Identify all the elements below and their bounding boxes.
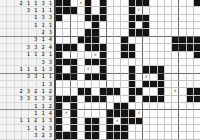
grid-cell[interactable] [194,74,200,81]
grid-cell[interactable] [121,52,128,59]
grid-cell[interactable] [78,15,85,22]
grid-cell[interactable] [85,59,92,66]
grid-cell[interactable] [165,118,172,125]
grid-cell[interactable] [150,132,157,139]
grid-cell[interactable] [179,74,186,81]
grid-cell[interactable] [165,52,172,59]
grid-cell[interactable] [136,37,143,44]
grid-cell[interactable] [107,96,114,103]
grid-cell[interactable] [194,52,200,59]
grid-cell[interactable] [179,103,186,110]
grid-cell[interactable] [121,103,128,110]
grid-cell[interactable] [85,22,92,29]
grid-cell[interactable] [150,81,157,88]
grid-cell[interactable] [114,37,121,44]
grid-cell[interactable] [78,22,85,29]
grid-cell[interactable] [63,103,70,110]
grid-cell[interactable] [129,74,136,81]
grid-cell[interactable] [150,118,157,125]
grid-cell[interactable] [179,7,186,14]
grid-cell[interactable] [187,15,194,22]
grid-cell[interactable] [107,59,114,66]
grid-cell[interactable] [85,29,92,36]
grid-cell[interactable] [179,88,186,95]
grid-cell[interactable] [63,37,70,44]
grid-cell[interactable] [136,96,143,103]
grid-cell[interactable] [129,59,136,66]
grid-cell[interactable] [165,81,172,88]
grid-cell[interactable] [71,81,78,88]
grid-cell[interactable] [56,66,63,73]
grid-cell[interactable] [179,37,186,44]
grid-cell[interactable] [187,52,194,59]
grid-cell[interactable] [78,37,85,44]
grid-cell[interactable] [187,37,194,44]
grid-cell[interactable] [85,52,92,59]
grid-cell[interactable] [158,132,165,139]
grid-cell[interactable] [71,7,78,14]
grid-cell[interactable] [71,74,78,81]
grid-cell[interactable] [107,52,114,59]
grid-cell[interactable] [194,103,200,110]
grid-cell[interactable] [78,66,85,73]
grid-cell[interactable] [107,66,114,73]
grid-cell[interactable] [158,7,165,14]
grid-cell[interactable] [136,125,143,132]
grid-cell[interactable] [56,96,63,103]
grid-cell[interactable] [121,74,128,81]
grid-cell[interactable] [71,15,78,22]
grid-cell[interactable] [158,88,165,95]
grid-cell[interactable] [158,110,165,117]
grid-cell[interactable] [187,59,194,66]
grid-cell[interactable] [165,15,172,22]
grid-cell[interactable] [158,22,165,29]
grid-cell[interactable] [172,59,179,66]
grid-cell[interactable] [129,88,136,95]
grid-cell[interactable] [71,66,78,73]
grid-cell[interactable] [158,74,165,81]
grid-cell[interactable] [78,44,85,51]
grid-cell[interactable] [172,88,179,95]
grid-cell[interactable] [121,15,128,22]
grid-cell[interactable] [172,15,179,22]
grid-cell[interactable] [56,44,63,51]
grid-cell[interactable] [92,118,99,125]
grid-cell[interactable] [114,110,121,117]
grid-cell[interactable] [129,37,136,44]
grid-cell[interactable] [100,22,107,29]
grid-cell[interactable] [121,22,128,29]
grid-cell[interactable] [179,96,186,103]
grid-cell[interactable] [158,37,165,44]
grid-cell[interactable] [121,96,128,103]
grid-cell[interactable] [136,118,143,125]
grid-cell[interactable] [114,59,121,66]
grid-cell[interactable] [179,118,186,125]
grid-cell[interactable] [92,44,99,51]
grid-cell[interactable] [179,125,186,132]
grid-cell[interactable] [56,0,63,7]
grid-cell[interactable] [71,96,78,103]
grid-cell[interactable] [136,59,143,66]
grid-cell[interactable] [85,37,92,44]
grid-cell[interactable] [107,118,114,125]
grid-cell[interactable] [114,52,121,59]
grid-cell[interactable] [187,22,194,29]
grid-cell[interactable] [143,44,150,51]
grid-cell[interactable] [100,118,107,125]
grid-cell[interactable] [172,96,179,103]
grid-cell[interactable] [92,0,99,7]
grid-cell[interactable] [143,15,150,22]
grid-cell[interactable] [165,96,172,103]
grid-cell[interactable] [85,15,92,22]
grid-cell[interactable] [85,110,92,117]
grid-cell[interactable] [194,96,200,103]
grid-cell[interactable] [136,44,143,51]
grid-cell[interactable] [194,15,200,22]
grid-cell[interactable] [150,74,157,81]
grid-cell[interactable] [158,0,165,7]
grid-cell[interactable] [143,118,150,125]
grid-cell[interactable] [92,7,99,14]
grid-cell[interactable] [194,22,200,29]
grid-cell[interactable] [78,0,85,7]
grid-cell[interactable] [121,125,128,132]
grid-cell[interactable] [114,88,121,95]
grid-cell[interactable] [129,0,136,7]
grid-cell[interactable] [92,59,99,66]
grid-cell[interactable] [136,29,143,36]
grid-cell[interactable] [143,52,150,59]
grid-cell[interactable] [150,15,157,22]
grid-cell[interactable] [165,29,172,36]
grid-cell[interactable] [187,110,194,117]
grid-cell[interactable] [165,59,172,66]
grid-cell[interactable] [187,81,194,88]
grid-cell[interactable] [194,125,200,132]
grid-cell[interactable] [129,110,136,117]
grid-cell[interactable] [136,66,143,73]
grid-cell[interactable] [165,110,172,117]
grid-cell[interactable] [158,81,165,88]
grid-cell[interactable] [158,15,165,22]
grid-cell[interactable] [78,110,85,117]
grid-cell[interactable] [179,132,186,139]
grid-cell[interactable] [150,125,157,132]
grid-cell[interactable] [121,0,128,7]
grid-cell[interactable] [194,88,200,95]
grid-cell[interactable] [136,52,143,59]
grid-cell[interactable] [172,74,179,81]
grid-cell[interactable] [143,37,150,44]
grid-cell[interactable] [63,125,70,132]
grid-cell[interactable] [194,37,200,44]
grid-cell[interactable] [92,37,99,44]
grid-cell[interactable] [136,88,143,95]
grid-cell[interactable] [114,22,121,29]
grid-cell[interactable] [107,132,114,139]
grid-cell[interactable] [85,81,92,88]
grid-cell[interactable] [194,81,200,88]
grid-cell[interactable] [158,52,165,59]
grid-cell[interactable] [143,59,150,66]
grid-cell[interactable] [121,37,128,44]
grid-cell[interactable] [56,59,63,66]
grid-cell[interactable] [92,125,99,132]
grid-cell[interactable] [194,59,200,66]
grid-cell[interactable] [150,22,157,29]
grid-cell[interactable] [121,132,128,139]
grid-cell[interactable] [129,29,136,36]
grid-cell[interactable] [71,88,78,95]
grid-cell[interactable] [150,88,157,95]
grid-cell[interactable] [71,59,78,66]
grid-cell[interactable] [129,125,136,132]
grid-cell[interactable] [136,103,143,110]
grid-cell[interactable] [172,132,179,139]
grid-cell[interactable] [107,7,114,14]
grid-cell[interactable] [165,103,172,110]
grid-cell[interactable] [114,96,121,103]
grid-cell[interactable] [63,110,70,117]
grid-cell[interactable] [114,125,121,132]
grid-cell[interactable] [56,118,63,125]
grid-cell[interactable] [187,125,194,132]
grid-cell[interactable] [56,22,63,29]
grid-cell[interactable] [165,132,172,139]
grid-cell[interactable] [107,15,114,22]
grid-cell[interactable] [179,59,186,66]
grid-cell[interactable] [165,22,172,29]
grid-cell[interactable] [107,0,114,7]
grid-cell[interactable] [165,7,172,14]
grid-cell[interactable] [165,44,172,51]
grid-cell[interactable] [92,132,99,139]
grid-cell[interactable] [158,125,165,132]
grid-cell[interactable] [100,110,107,117]
grid-cell[interactable] [194,29,200,36]
grid-cell[interactable] [179,66,186,73]
grid-cell[interactable] [107,22,114,29]
grid-cell[interactable] [129,15,136,22]
grid-cell[interactable] [92,96,99,103]
grid-cell[interactable] [158,96,165,103]
grid-cell[interactable] [56,15,63,22]
grid-cell[interactable] [179,81,186,88]
grid-cell[interactable] [114,132,121,139]
grid-cell[interactable] [129,52,136,59]
grid-cell[interactable] [107,29,114,36]
grid-cell[interactable] [129,66,136,73]
grid-cell[interactable] [107,44,114,51]
grid-cell[interactable] [92,66,99,73]
grid-cell[interactable] [143,81,150,88]
grid-cell[interactable] [143,132,150,139]
grid-cell[interactable] [92,88,99,95]
grid-cell[interactable] [92,81,99,88]
grid-cell[interactable] [107,125,114,132]
grid-cell[interactable] [85,118,92,125]
grid-cell[interactable] [100,103,107,110]
grid-cell[interactable] [100,44,107,51]
grid-cell[interactable] [56,74,63,81]
grid-cell[interactable] [129,81,136,88]
grid-cell[interactable] [63,118,70,125]
grid-cell[interactable] [71,125,78,132]
grid-cell[interactable] [63,15,70,22]
grid-cell[interactable] [150,44,157,51]
grid-cell[interactable] [63,74,70,81]
grid-cell[interactable] [78,125,85,132]
grid-cell[interactable] [165,88,172,95]
grid-cell[interactable] [158,59,165,66]
grid-cell[interactable] [63,22,70,29]
grid-cell[interactable] [85,44,92,51]
grid-cell[interactable] [71,52,78,59]
grid-cell[interactable] [179,0,186,7]
grid-cell[interactable] [165,0,172,7]
grid-cell[interactable] [129,103,136,110]
grid-cell[interactable] [63,88,70,95]
grid-cell[interactable] [63,52,70,59]
grid-cell[interactable] [172,0,179,7]
grid-cell[interactable] [107,37,114,44]
grid-cell[interactable] [63,96,70,103]
grid-cell[interactable] [194,7,200,14]
grid-cell[interactable] [56,29,63,36]
grid-cell[interactable] [179,29,186,36]
grid-cell[interactable] [187,132,194,139]
grid-cell[interactable] [187,29,194,36]
grid-cell[interactable] [121,59,128,66]
grid-cell[interactable] [150,110,157,117]
grid-cell[interactable] [114,74,121,81]
grid-cell[interactable] [172,22,179,29]
grid-cell[interactable] [129,7,136,14]
grid-cell[interactable] [172,7,179,14]
grid-cell[interactable] [172,37,179,44]
grid-cell[interactable] [121,110,128,117]
grid-cell[interactable] [63,0,70,7]
grid-cell[interactable] [56,81,63,88]
grid-cell[interactable] [136,110,143,117]
grid-cell[interactable] [143,7,150,14]
grid-cell[interactable] [92,29,99,36]
grid-cell[interactable] [100,81,107,88]
grid-cell[interactable] [150,52,157,59]
grid-cell[interactable] [100,132,107,139]
grid-cell[interactable] [56,110,63,117]
grid-cell[interactable] [85,0,92,7]
grid-cell[interactable] [143,22,150,29]
grid-cell[interactable] [136,7,143,14]
grid-cell[interactable] [165,125,172,132]
grid-cell[interactable] [143,110,150,117]
grid-cell[interactable] [143,88,150,95]
grid-cell[interactable] [136,81,143,88]
grid-cell[interactable] [107,81,114,88]
grid-cell[interactable] [92,74,99,81]
grid-cell[interactable] [136,74,143,81]
grid-cell[interactable] [85,132,92,139]
grid-cell[interactable] [150,66,157,73]
grid-cell[interactable] [63,44,70,51]
grid-cell[interactable] [114,118,121,125]
grid-cell[interactable] [85,88,92,95]
grid-cell[interactable] [56,125,63,132]
grid-cell[interactable] [129,132,136,139]
grid-cell[interactable] [187,103,194,110]
grid-cell[interactable] [63,66,70,73]
grid-cell[interactable] [71,132,78,139]
grid-cell[interactable] [92,22,99,29]
grid-cell[interactable] [78,132,85,139]
grid-cell[interactable] [172,125,179,132]
grid-cell[interactable] [143,103,150,110]
grid-cell[interactable] [78,81,85,88]
grid-cell[interactable] [129,96,136,103]
grid-cell[interactable] [150,0,157,7]
grid-cell[interactable] [56,52,63,59]
grid-cell[interactable] [150,59,157,66]
grid-cell[interactable] [100,52,107,59]
grid-cell[interactable] [71,0,78,7]
grid-cell[interactable] [172,66,179,73]
grid-cell[interactable] [129,44,136,51]
grid-cell[interactable] [150,96,157,103]
grid-cell[interactable] [114,29,121,36]
grid-cell[interactable] [78,88,85,95]
grid-cell[interactable] [194,110,200,117]
grid-cell[interactable] [150,29,157,36]
grid-cell[interactable] [165,66,172,73]
grid-cell[interactable] [158,118,165,125]
grid-cell[interactable] [100,15,107,22]
grid-cell[interactable] [78,59,85,66]
grid-cell[interactable] [71,22,78,29]
grid-cell[interactable] [129,118,136,125]
grid-cell[interactable] [172,81,179,88]
grid-cell[interactable] [121,66,128,73]
grid-cell[interactable] [56,103,63,110]
grid-cell[interactable] [114,81,121,88]
grid-cell[interactable] [158,44,165,51]
grid-cell[interactable] [158,66,165,73]
grid-cell[interactable] [121,29,128,36]
grid-cell[interactable] [78,96,85,103]
grid-cell[interactable] [121,88,128,95]
grid-cell[interactable] [100,66,107,73]
grid-cell[interactable] [100,7,107,14]
grid-cell[interactable] [114,15,121,22]
grid-cell[interactable] [92,110,99,117]
grid-cell[interactable] [78,29,85,36]
grid-cell[interactable] [100,37,107,44]
grid-cell[interactable] [121,7,128,14]
grid-cell[interactable] [172,110,179,117]
grid-cell[interactable] [179,44,186,51]
grid-cell[interactable] [143,125,150,132]
grid-cell[interactable] [63,81,70,88]
grid-cell[interactable] [143,29,150,36]
grid-cell[interactable] [100,96,107,103]
grid-cell[interactable] [63,132,70,139]
grid-cell[interactable] [71,44,78,51]
grid-cell[interactable] [71,103,78,110]
grid-cell[interactable] [172,52,179,59]
